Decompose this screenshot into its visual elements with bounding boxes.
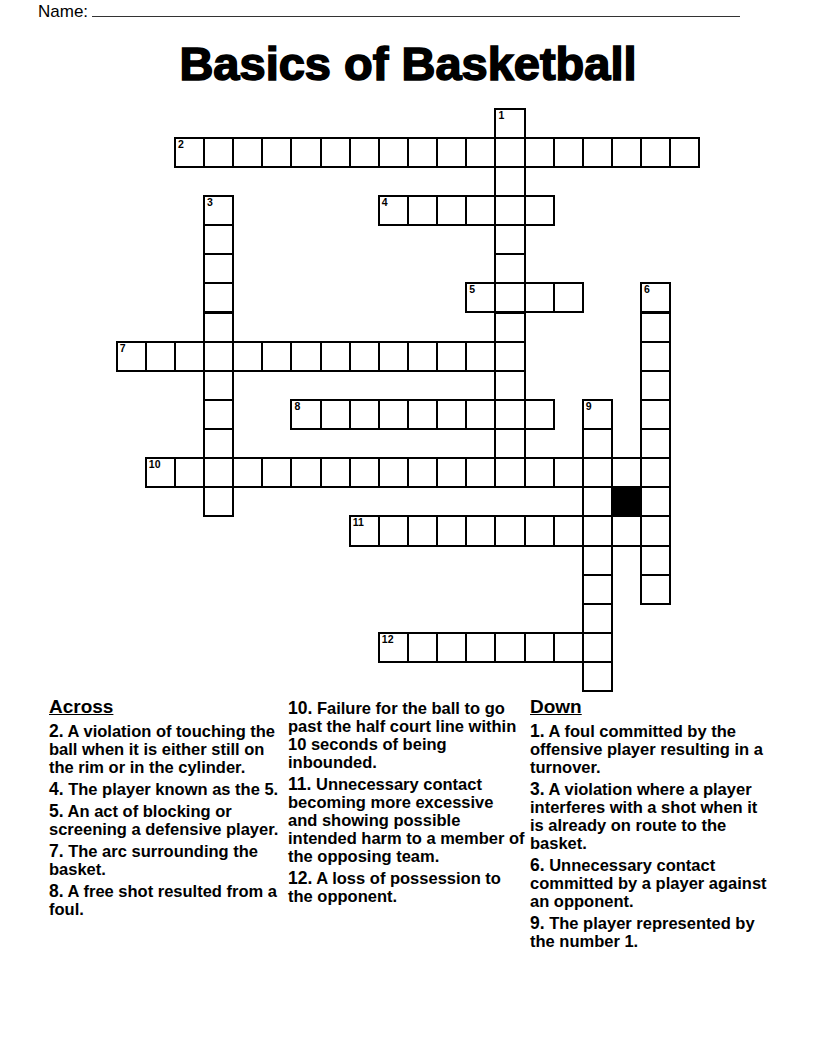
grid-cell[interactable] [290,137,321,168]
grid-cell[interactable] [494,341,525,372]
grid-cell[interactable] [378,457,409,488]
grid-cell[interactable]: 4 [378,195,409,226]
clue-down-1: 1. A foul committed by the offensive pla… [530,722,768,776]
grid-cell[interactable] [261,137,292,168]
grid-cell[interactable] [582,632,613,663]
grid-cell[interactable]: 1 [494,108,525,139]
clue-across-7: 7. The arc surrounding the basket. [49,842,287,878]
grid-cell[interactable] [611,515,642,546]
grid-cell[interactable]: 2 [174,137,205,168]
cell-number: 11 [353,517,364,528]
grid-cell[interactable] [611,137,642,168]
grid-cell[interactable] [407,457,438,488]
grid-cell[interactable] [494,137,525,168]
grid-cell[interactable] [640,399,671,430]
cell-number: 6 [644,284,650,295]
clue-down-3: 3. A violation where a player interferes… [530,780,768,852]
grid-cell[interactable] [436,457,467,488]
grid-cell[interactable]: 10 [145,457,176,488]
cell-number: 2 [178,139,184,150]
grid-cell[interactable] [524,399,555,430]
grid-cell[interactable] [203,399,234,430]
clue-text: Unnecessary contact committed by a playe… [530,856,767,910]
grid-cell[interactable] [407,399,438,430]
grid-cell[interactable] [465,137,496,168]
grid-cell[interactable]: 7 [116,341,147,372]
grid-cell[interactable] [378,341,409,372]
clue-across-2: 2. A violation of touching the ball when… [49,722,287,776]
grid-cell[interactable]: 5 [465,282,496,313]
grid-cell[interactable] [436,341,467,372]
grid-cell[interactable] [232,341,263,372]
clue-number: 9. [530,913,545,933]
cell-number: 10 [149,459,161,470]
grid-cell[interactable] [640,574,671,605]
grid-cell[interactable] [640,515,671,546]
clue-down-6: 6. Unnecessary contact committed by a pl… [530,856,768,910]
grid-cell[interactable] [407,632,438,663]
grid-cell[interactable]: 12 [378,632,409,663]
grid-cell[interactable] [494,195,525,226]
clue-text: The player known as the 5. [68,780,278,798]
clue-down-9: 9. The player represented by the number … [530,914,768,950]
down-heading: Down [530,696,768,718]
clue-text: A loss of possession to the opponent. [288,869,501,905]
clue-number: 3. [530,779,545,799]
clue-across-5: 5. An act of blocking or screening a def… [49,802,287,838]
grid-cell[interactable]: 9 [582,399,613,430]
grid-cell[interactable] [582,486,613,517]
grid-cell[interactable] [640,370,671,401]
grid-cell[interactable] [203,282,234,313]
grid-cell[interactable] [465,457,496,488]
grid-cell[interactable] [378,137,409,168]
name-label: Name: [38,2,88,21]
cell-number: 7 [120,343,126,354]
grid-cell[interactable] [203,137,234,168]
grid-cell[interactable] [611,457,642,488]
grid-cell[interactable] [494,515,525,546]
grid-cell[interactable] [349,399,380,430]
grid-cell[interactable] [494,224,525,255]
grid-cell[interactable] [640,486,671,517]
clue-text: An act of blocking or screening a defens… [49,802,278,838]
clue-across-11: 11. Unnecessary contact becoming more ex… [288,775,526,865]
grid-cell[interactable] [465,632,496,663]
grid-cell[interactable] [320,457,351,488]
grid-cell[interactable] [203,370,234,401]
clue-text: The player represented by the number 1. [530,914,755,950]
grid-cell[interactable] [553,457,584,488]
grid-cell[interactable] [582,574,613,605]
crossword-grid: 123456789101112 [117,109,701,693]
clue-number: 1. [530,721,545,741]
down-clues-column: Down 1. A foul committed by the offensiv… [530,696,768,954]
grid-cell[interactable] [320,399,351,430]
grid-cell[interactable] [436,399,467,430]
grid-cell[interactable] [524,632,555,663]
grid-cell[interactable] [494,457,525,488]
grid-cell[interactable] [582,603,613,634]
grid-cell[interactable] [582,137,613,168]
grid-cell[interactable] [290,341,321,372]
clue-number: 12. [288,868,312,888]
grid-cell[interactable] [320,137,351,168]
clue-number: 7. [49,841,64,861]
grid-cell[interactable] [290,457,321,488]
grid-cell[interactable] [582,428,613,459]
grid-cell[interactable] [494,399,525,430]
grid-cell[interactable] [203,486,234,517]
grid-cell[interactable]: 3 [203,195,234,226]
grid-cell[interactable] [203,253,234,284]
cell-number: 4 [382,197,388,208]
grid-cell[interactable] [494,370,525,401]
grid-cell[interactable]: 8 [290,399,321,430]
grid-cell[interactable] [232,457,263,488]
grid-cell[interactable] [407,195,438,226]
grid-cell[interactable] [203,312,234,343]
clue-text: A violation where a player interferes wi… [530,780,757,852]
grid-cell[interactable] [524,457,555,488]
grid-cell[interactable] [640,457,671,488]
grid-cell[interactable] [582,545,613,576]
grid-cell[interactable] [349,137,380,168]
grid-cell[interactable] [524,515,555,546]
grid-cell[interactable]: 6 [640,282,671,313]
clue-number: 6. [530,855,545,875]
grid-cell[interactable] [203,428,234,459]
grid-cell[interactable] [465,515,496,546]
clue-number: 4. [49,779,64,799]
clue-text: A violation of touching the ball when it… [49,722,275,776]
grid-cell[interactable] [203,457,234,488]
clue-number: 11. [288,774,311,794]
clue-number: 2. [49,721,64,741]
clue-across-4: 4. The player known as the 5. [49,780,287,798]
grid-cell[interactable] [203,224,234,255]
grid-cell[interactable] [494,166,525,197]
grid-cell[interactable] [553,282,584,313]
grid-cell[interactable] [640,341,671,372]
grid-cell[interactable] [640,545,671,576]
grid-cell[interactable] [145,341,176,372]
grid-cell[interactable] [436,515,467,546]
clue-across-12: 12. A loss of possession to the opponent… [288,869,526,905]
name-row: Name: [38,2,740,22]
grid-cell[interactable] [378,515,409,546]
cell-number: 9 [586,401,592,412]
clue-text: Unnecessary contact becoming more excess… [288,775,525,865]
across-clues-column-2: 10. Failure for the ball to go past the … [288,699,526,909]
clue-text: A free shot resulted from a foul. [49,882,277,918]
grid-cell[interactable] [494,428,525,459]
grid-cell[interactable] [261,341,292,372]
grid-cell[interactable] [494,312,525,343]
grid-cell[interactable] [465,195,496,226]
clue-number: 8. [49,881,64,901]
clue-number: 10. [288,698,312,718]
grid-cell[interactable] [524,137,555,168]
cell-number: 3 [207,197,213,208]
clue-across-10: 10. Failure for the ball to go past the … [288,699,526,771]
grid-cell[interactable] [553,515,584,546]
grid-cell[interactable] [203,341,234,372]
grid-cell[interactable] [465,399,496,430]
grid-cell[interactable] [349,341,380,372]
grid-cell[interactable] [494,632,525,663]
grid-cell[interactable] [582,457,613,488]
grid-cell[interactable] [436,632,467,663]
cell-number: 1 [498,110,504,121]
clue-text: Failure for the ball to go past the half… [288,699,516,771]
grid-cell[interactable] [407,515,438,546]
grid-cell[interactable] [640,428,671,459]
grid-cell[interactable]: 11 [349,515,380,546]
cell-number: 8 [294,401,300,412]
grid-cell[interactable] [494,282,525,313]
clue-text: The arc surrounding the basket. [49,842,258,878]
worksheet-page: Name: Basics of Basketball 1234567891011… [0,0,816,1056]
grid-cell[interactable] [524,282,555,313]
grid-cell[interactable] [582,515,613,546]
grid-cell[interactable] [349,457,380,488]
puzzle-title: Basics of Basketball [0,36,816,91]
grid-cell[interactable] [436,195,467,226]
cell-number: 5 [469,284,475,295]
grid-cell[interactable] [320,341,351,372]
grid-cell[interactable] [640,312,671,343]
grid-cell[interactable] [669,137,700,168]
grid-cell[interactable] [465,341,496,372]
grid-cell[interactable] [582,661,613,692]
name-fill-line[interactable] [92,2,740,17]
grid-cell[interactable] [407,341,438,372]
blocked-cell [611,486,642,517]
grid-cell[interactable] [407,137,438,168]
across-heading: Across [49,696,287,718]
grid-cell[interactable] [261,457,292,488]
grid-cell[interactable] [378,399,409,430]
grid-cell[interactable] [174,341,205,372]
clue-text: A foul committed by the offensive player… [530,722,763,776]
grid-cell[interactable] [553,632,584,663]
grid-cell[interactable] [640,137,671,168]
across-clues-column: Across 2. A violation of touching the ba… [49,696,287,922]
cell-number: 12 [382,634,394,645]
grid-cell[interactable] [553,137,584,168]
grid-cell[interactable] [174,457,205,488]
clue-number: 5. [49,801,64,821]
grid-cell[interactable] [436,137,467,168]
grid-cell[interactable] [232,137,263,168]
clue-across-8: 8. A free shot resulted from a foul. [49,882,287,918]
grid-cell[interactable] [494,253,525,284]
grid-cell[interactable] [524,195,555,226]
